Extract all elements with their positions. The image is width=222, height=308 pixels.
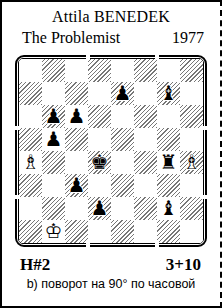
twin-condition: b) поворот на 90° по часовой bbox=[2, 276, 220, 292]
square-f4[interactable] bbox=[134, 151, 157, 174]
board-inner-border: ♟♝♟♟♟♝♗♚♜♝♗♟♟♝♚♔ bbox=[18, 58, 204, 244]
black-pawn-c6: ♟ bbox=[65, 105, 88, 128]
black-rook-g4: ♜ bbox=[157, 151, 180, 174]
square-f1[interactable] bbox=[134, 220, 157, 243]
square-c7[interactable] bbox=[65, 82, 88, 105]
border-tick-mark bbox=[15, 126, 20, 130]
square-e6[interactable] bbox=[111, 105, 134, 128]
square-g8[interactable] bbox=[157, 59, 180, 82]
square-a3[interactable] bbox=[19, 174, 42, 197]
white-piece-fill: ♝ bbox=[19, 151, 42, 174]
square-b7[interactable] bbox=[42, 82, 65, 105]
square-g1[interactable] bbox=[157, 220, 180, 243]
square-g7[interactable]: ♝ bbox=[157, 82, 180, 105]
square-e2[interactable] bbox=[111, 197, 134, 220]
square-a8[interactable] bbox=[19, 59, 42, 82]
square-c2[interactable] bbox=[65, 197, 88, 220]
square-e5[interactable] bbox=[111, 128, 134, 151]
border-tick-mark bbox=[202, 195, 207, 199]
square-f8[interactable] bbox=[134, 59, 157, 82]
square-h4[interactable]: ♝♗ bbox=[180, 151, 203, 174]
stipulation-label: H#2 bbox=[20, 254, 50, 275]
border-tick-mark bbox=[155, 55, 159, 60]
black-pawn-d2: ♟ bbox=[88, 197, 111, 220]
square-b5[interactable]: ♟ bbox=[42, 128, 65, 151]
square-b6[interactable]: ♟ bbox=[42, 105, 65, 128]
black-bishop-g7: ♝ bbox=[157, 82, 180, 105]
square-h3[interactable] bbox=[180, 174, 203, 197]
square-d2[interactable]: ♟ bbox=[88, 197, 111, 220]
source-name: The Problemist bbox=[22, 27, 120, 48]
square-c6[interactable]: ♟ bbox=[65, 105, 88, 128]
black-king-d4: ♚ bbox=[88, 151, 111, 174]
board-outer-border: ♟♝♟♟♟♝♗♚♜♝♗♟♟♝♚♔ bbox=[15, 55, 207, 247]
square-c4[interactable] bbox=[65, 151, 88, 174]
black-bishop-g2: ♝ bbox=[157, 197, 180, 220]
square-e1[interactable] bbox=[111, 220, 134, 243]
square-b1[interactable]: ♚♔ bbox=[42, 220, 65, 243]
square-e4[interactable] bbox=[111, 151, 134, 174]
square-e7[interactable]: ♟ bbox=[111, 82, 134, 105]
border-tick-mark bbox=[86, 55, 90, 60]
square-h1[interactable] bbox=[180, 220, 203, 243]
white-piece-fill: ♝ bbox=[180, 151, 203, 174]
square-d4[interactable]: ♚ bbox=[88, 151, 111, 174]
square-a7[interactable] bbox=[19, 82, 42, 105]
square-b8[interactable] bbox=[42, 59, 65, 82]
square-e8[interactable] bbox=[111, 59, 134, 82]
square-e3[interactable] bbox=[111, 174, 134, 197]
square-f7[interactable] bbox=[134, 82, 157, 105]
square-c1[interactable] bbox=[65, 220, 88, 243]
square-h7[interactable] bbox=[180, 82, 203, 105]
square-c5[interactable] bbox=[65, 128, 88, 151]
square-f5[interactable] bbox=[134, 128, 157, 151]
square-a6[interactable] bbox=[19, 105, 42, 128]
square-g3[interactable] bbox=[157, 174, 180, 197]
square-d6[interactable] bbox=[88, 105, 111, 128]
problem-card: Attila BENEDEK The Problemist 1977 ♟♝♟♟♟… bbox=[0, 0, 222, 308]
black-pawn-b6: ♟ bbox=[42, 105, 65, 128]
square-d3[interactable] bbox=[88, 174, 111, 197]
source-line: The Problemist 1977 bbox=[2, 27, 220, 48]
square-g5[interactable] bbox=[157, 128, 180, 151]
square-c3[interactable]: ♟ bbox=[65, 174, 88, 197]
square-c8[interactable] bbox=[65, 59, 88, 82]
material-count: 3+10 bbox=[166, 254, 201, 275]
square-f2[interactable] bbox=[134, 197, 157, 220]
square-h6[interactable] bbox=[180, 105, 203, 128]
square-d1[interactable] bbox=[88, 220, 111, 243]
square-g6[interactable] bbox=[157, 105, 180, 128]
border-tick-mark bbox=[15, 195, 20, 199]
white-bishop-h4: ♗ bbox=[180, 151, 203, 174]
square-h5[interactable] bbox=[180, 128, 203, 151]
black-pawn-e7: ♟ bbox=[111, 82, 134, 105]
square-f6[interactable] bbox=[134, 105, 157, 128]
chess-board: ♟♝♟♟♟♝♗♚♜♝♗♟♟♝♚♔ bbox=[15, 55, 207, 247]
square-d5[interactable] bbox=[88, 128, 111, 151]
black-pawn-c3: ♟ bbox=[65, 174, 88, 197]
square-d8[interactable] bbox=[88, 59, 111, 82]
black-pawn-b5: ♟ bbox=[42, 128, 65, 151]
white-bishop-a4: ♗ bbox=[19, 151, 42, 174]
square-h8[interactable] bbox=[180, 59, 203, 82]
square-f3[interactable] bbox=[134, 174, 157, 197]
white-piece-fill: ♚ bbox=[42, 220, 65, 243]
border-tick-mark bbox=[86, 242, 90, 247]
square-a5[interactable] bbox=[19, 128, 42, 151]
border-tick-mark bbox=[155, 242, 159, 247]
white-king-b1: ♔ bbox=[42, 220, 65, 243]
square-h2[interactable] bbox=[180, 197, 203, 220]
board-grid: ♟♝♟♟♟♝♗♚♜♝♗♟♟♝♚♔ bbox=[19, 59, 203, 243]
square-a4[interactable]: ♝♗ bbox=[19, 151, 42, 174]
square-b2[interactable] bbox=[42, 197, 65, 220]
square-a2[interactable] bbox=[19, 197, 42, 220]
square-g2[interactable]: ♝ bbox=[157, 197, 180, 220]
border-tick-mark bbox=[202, 126, 207, 130]
square-d7[interactable] bbox=[88, 82, 111, 105]
header: Attila BENEDEK The Problemist 1977 bbox=[2, 2, 220, 48]
square-b3[interactable] bbox=[42, 174, 65, 197]
source-year: 1977 bbox=[172, 27, 204, 48]
author-name: Attila BENEDEK bbox=[2, 7, 220, 27]
square-a1[interactable] bbox=[19, 220, 42, 243]
square-b4[interactable] bbox=[42, 151, 65, 174]
square-g4[interactable]: ♜ bbox=[157, 151, 180, 174]
footer: H#2 3+10 bbox=[2, 254, 220, 275]
